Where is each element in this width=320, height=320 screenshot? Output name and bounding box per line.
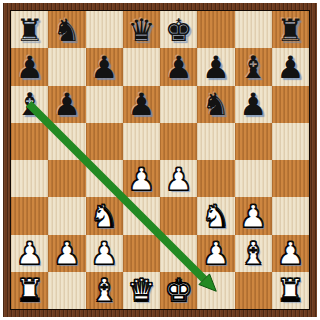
square-g3[interactable]: ♟ — [235, 197, 272, 234]
square-b7[interactable] — [48, 48, 85, 85]
square-d7[interactable] — [123, 48, 160, 85]
square-b8[interactable]: ♞ — [48, 11, 85, 48]
square-h5[interactable] — [272, 123, 309, 160]
black-queen-d8[interactable]: ♛ — [127, 12, 155, 48]
black-knight-f6[interactable]: ♞ — [202, 86, 230, 122]
black-king-e8[interactable]: ♚ — [165, 12, 193, 48]
square-c2[interactable]: ♟ — [86, 235, 123, 272]
black-pawn-f7[interactable]: ♟ — [202, 49, 230, 85]
white-king-e1[interactable]: ♚ — [165, 272, 193, 308]
square-g6[interactable]: ♟ — [235, 86, 272, 123]
square-b1[interactable] — [48, 272, 85, 309]
white-pawn-h2[interactable]: ♟ — [276, 235, 304, 271]
square-a3[interactable] — [11, 197, 48, 234]
black-pawn-e7[interactable]: ♟ — [165, 49, 193, 85]
square-a8[interactable]: ♜ — [11, 11, 48, 48]
square-c6[interactable] — [86, 86, 123, 123]
square-g7[interactable]: ♝ — [235, 48, 272, 85]
chess-board-screenshot: ♜♞♛♚♜♟♟♟♟♝♟♝♟♟♞♟♟♟♞♞♟♟♟♟♟♝♟♜♝♛♚♜ — [0, 0, 320, 320]
square-f4[interactable] — [197, 160, 234, 197]
square-g1[interactable] — [235, 272, 272, 309]
square-c7[interactable]: ♟ — [86, 48, 123, 85]
white-pawn-a2[interactable]: ♟ — [16, 235, 44, 271]
square-e1[interactable]: ♚ — [160, 272, 197, 309]
square-e3[interactable] — [160, 197, 197, 234]
square-f8[interactable] — [197, 11, 234, 48]
white-pawn-c2[interactable]: ♟ — [90, 235, 118, 271]
black-knight-b8[interactable]: ♞ — [53, 12, 81, 48]
square-b4[interactable] — [48, 160, 85, 197]
square-h6[interactable] — [272, 86, 309, 123]
square-d5[interactable] — [123, 123, 160, 160]
black-pawn-a7[interactable]: ♟ — [16, 49, 44, 85]
chess-board: ♜♞♛♚♜♟♟♟♟♝♟♝♟♟♞♟♟♟♞♞♟♟♟♟♟♝♟♜♝♛♚♜ — [10, 10, 310, 310]
square-g4[interactable] — [235, 160, 272, 197]
white-pawn-b2[interactable]: ♟ — [53, 235, 81, 271]
square-c1[interactable]: ♝ — [86, 272, 123, 309]
square-a1[interactable]: ♜ — [11, 272, 48, 309]
square-a5[interactable] — [11, 123, 48, 160]
square-d2[interactable] — [123, 235, 160, 272]
white-pawn-f2[interactable]: ♟ — [202, 235, 230, 271]
square-b5[interactable] — [48, 123, 85, 160]
white-knight-c3[interactable]: ♞ — [90, 198, 118, 234]
square-d8[interactable]: ♛ — [123, 11, 160, 48]
white-rook-h1[interactable]: ♜ — [276, 272, 304, 308]
square-g8[interactable] — [235, 11, 272, 48]
square-e2[interactable] — [160, 235, 197, 272]
square-e7[interactable]: ♟ — [160, 48, 197, 85]
white-bishop-c1[interactable]: ♝ — [90, 272, 118, 308]
square-a2[interactable]: ♟ — [11, 235, 48, 272]
square-a6[interactable]: ♝ — [11, 86, 48, 123]
black-rook-a8[interactable]: ♜ — [16, 12, 44, 48]
square-c5[interactable] — [86, 123, 123, 160]
square-d6[interactable]: ♟ — [123, 86, 160, 123]
square-f2[interactable]: ♟ — [197, 235, 234, 272]
square-e5[interactable] — [160, 123, 197, 160]
square-e6[interactable] — [160, 86, 197, 123]
black-rook-h8[interactable]: ♜ — [276, 12, 304, 48]
square-b6[interactable]: ♟ — [48, 86, 85, 123]
square-c8[interactable] — [86, 11, 123, 48]
white-queen-d1[interactable]: ♛ — [127, 272, 155, 308]
black-bishop-a6[interactable]: ♝ — [16, 86, 44, 122]
square-f7[interactable]: ♟ — [197, 48, 234, 85]
black-pawn-g6[interactable]: ♟ — [239, 86, 267, 122]
square-e4[interactable]: ♟ — [160, 160, 197, 197]
square-a4[interactable] — [11, 160, 48, 197]
square-h7[interactable]: ♟ — [272, 48, 309, 85]
black-pawn-b6[interactable]: ♟ — [53, 86, 81, 122]
square-f3[interactable]: ♞ — [197, 197, 234, 234]
white-knight-f3[interactable]: ♞ — [202, 198, 230, 234]
square-g5[interactable] — [235, 123, 272, 160]
square-h4[interactable] — [272, 160, 309, 197]
black-pawn-d6[interactable]: ♟ — [127, 86, 155, 122]
square-h1[interactable]: ♜ — [272, 272, 309, 309]
white-pawn-e4[interactable]: ♟ — [165, 161, 193, 197]
square-f1[interactable] — [197, 272, 234, 309]
square-b3[interactable] — [48, 197, 85, 234]
square-g2[interactable]: ♝ — [235, 235, 272, 272]
square-f5[interactable] — [197, 123, 234, 160]
square-b2[interactable]: ♟ — [48, 235, 85, 272]
square-h3[interactable] — [272, 197, 309, 234]
square-d4[interactable]: ♟ — [123, 160, 160, 197]
square-e8[interactable]: ♚ — [160, 11, 197, 48]
black-pawn-h7[interactable]: ♟ — [276, 49, 304, 85]
white-bishop-g2[interactable]: ♝ — [239, 235, 267, 271]
square-a7[interactable]: ♟ — [11, 48, 48, 85]
black-bishop-g7[interactable]: ♝ — [239, 49, 267, 85]
square-d1[interactable]: ♛ — [123, 272, 160, 309]
square-h2[interactable]: ♟ — [272, 235, 309, 272]
square-c4[interactable] — [86, 160, 123, 197]
white-pawn-g3[interactable]: ♟ — [239, 198, 267, 234]
square-h8[interactable]: ♜ — [272, 11, 309, 48]
square-c3[interactable]: ♞ — [86, 197, 123, 234]
black-pawn-c7[interactable]: ♟ — [90, 49, 118, 85]
square-f6[interactable]: ♞ — [197, 86, 234, 123]
white-pawn-d4[interactable]: ♟ — [127, 161, 155, 197]
square-d3[interactable] — [123, 197, 160, 234]
white-rook-a1[interactable]: ♜ — [16, 272, 44, 308]
